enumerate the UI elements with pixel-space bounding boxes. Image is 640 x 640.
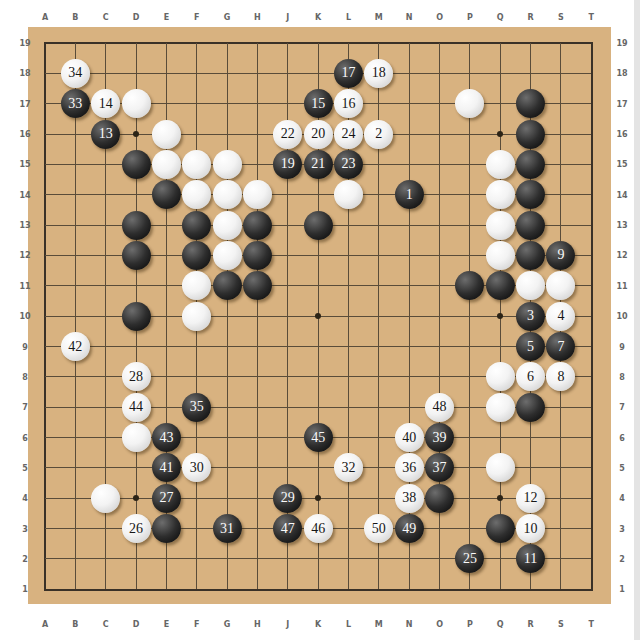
row-label-left: 15 <box>19 160 30 169</box>
row-label-right: 2 <box>619 554 625 563</box>
row-label-right: 1 <box>619 585 625 594</box>
column-label-bottom: H <box>254 620 261 629</box>
row-label-left: 5 <box>22 463 28 472</box>
page-edge-strip <box>634 0 640 640</box>
grid-line <box>45 346 591 347</box>
column-label-top: N <box>406 13 413 22</box>
stone-Q14[interactable] <box>486 180 515 209</box>
column-label-top: S <box>558 13 564 22</box>
column-label-bottom: L <box>346 620 351 629</box>
column-label-bottom: B <box>72 620 78 629</box>
stone-L16[interactable]: 24 <box>334 120 363 149</box>
column-label-bottom: A <box>42 620 48 629</box>
stone-G12[interactable] <box>213 241 242 270</box>
column-label-bottom: G <box>224 620 231 629</box>
stone-R12[interactable] <box>516 241 545 270</box>
go-diagram-page: AABBCCDDEEFFGGHHJJKKLLMMNNOOPPQQRRSSTT19… <box>0 0 640 640</box>
row-label-left: 16 <box>19 130 30 139</box>
column-label-top: H <box>254 13 261 22</box>
stone-O6[interactable]: 39 <box>425 423 454 452</box>
row-label-right: 6 <box>619 433 625 442</box>
column-label-top: L <box>346 13 351 22</box>
column-label-top: E <box>164 13 169 22</box>
stone-N14[interactable]: 1 <box>395 180 424 209</box>
stone-G14[interactable] <box>213 180 242 209</box>
stone-E6[interactable]: 43 <box>152 423 181 452</box>
stone-J16[interactable]: 22 <box>273 120 302 149</box>
row-label-left: 10 <box>19 312 30 321</box>
stone-Q3[interactable] <box>486 514 515 543</box>
row-label-left: 4 <box>22 494 28 503</box>
column-label-bottom: S <box>558 620 564 629</box>
column-label-top: A <box>42 13 48 22</box>
row-label-right: 7 <box>619 403 625 412</box>
stone-J4[interactable]: 29 <box>273 484 302 513</box>
stone-K13[interactable] <box>304 211 333 240</box>
stone-N3[interactable]: 49 <box>395 514 424 543</box>
row-label-left: 12 <box>19 251 30 260</box>
stone-E4[interactable]: 27 <box>152 484 181 513</box>
stone-R3[interactable]: 10 <box>516 514 545 543</box>
column-label-top: J <box>286 13 289 22</box>
column-label-bottom: O <box>436 620 443 629</box>
row-label-left: 19 <box>19 39 30 48</box>
row-label-left: 1 <box>22 585 28 594</box>
column-label-bottom: P <box>467 620 473 629</box>
stone-K6[interactable]: 45 <box>304 423 333 452</box>
column-label-bottom: F <box>194 620 199 629</box>
stone-Q7[interactable] <box>486 393 515 422</box>
stone-M18[interactable]: 18 <box>364 59 393 88</box>
stone-D7[interactable]: 44 <box>122 393 151 422</box>
column-label-top: Q <box>497 13 504 22</box>
stone-C4[interactable] <box>91 484 120 513</box>
row-label-right: 19 <box>616 39 627 48</box>
stone-D13[interactable] <box>122 211 151 240</box>
row-label-right: 18 <box>616 69 627 78</box>
column-label-bottom: E <box>164 620 169 629</box>
row-label-left: 6 <box>22 433 28 442</box>
stone-B18[interactable]: 34 <box>61 59 90 88</box>
row-label-left: 13 <box>19 221 30 230</box>
column-label-top: C <box>103 13 109 22</box>
row-label-right: 11 <box>616 281 627 290</box>
stone-Q12[interactable] <box>486 241 515 270</box>
stone-R10[interactable]: 3 <box>516 302 545 331</box>
stone-D12[interactable] <box>122 241 151 270</box>
row-label-right: 5 <box>619 463 625 472</box>
grid-line <box>469 43 470 589</box>
stone-G3[interactable]: 31 <box>213 514 242 543</box>
stone-Q13[interactable] <box>486 211 515 240</box>
stone-E3[interactable] <box>152 514 181 543</box>
row-label-left: 9 <box>22 342 28 351</box>
stone-B9[interactable]: 42 <box>61 332 90 361</box>
row-label-left: 8 <box>22 372 28 381</box>
column-label-top: O <box>436 13 443 22</box>
stone-D15[interactable] <box>122 150 151 179</box>
stone-Q8[interactable] <box>486 362 515 391</box>
grid-line <box>45 558 591 559</box>
stone-R4[interactable]: 12 <box>516 484 545 513</box>
stone-F12[interactable] <box>182 241 211 270</box>
stone-L17[interactable]: 16 <box>334 89 363 118</box>
column-label-bottom: Q <box>497 620 504 629</box>
stone-H14[interactable] <box>243 180 272 209</box>
row-label-right: 3 <box>619 524 625 533</box>
row-label-left: 14 <box>19 190 30 199</box>
stone-G13[interactable] <box>213 211 242 240</box>
row-label-right: 8 <box>619 372 625 381</box>
stone-R16[interactable] <box>516 120 545 149</box>
row-label-right: 9 <box>619 342 625 351</box>
stone-F10[interactable] <box>182 302 211 331</box>
column-label-bottom: R <box>528 620 534 629</box>
stone-N4[interactable]: 38 <box>395 484 424 513</box>
stone-O7[interactable]: 48 <box>425 393 454 422</box>
column-label-bottom: M <box>375 620 383 629</box>
stone-G15[interactable] <box>213 150 242 179</box>
stone-E14[interactable] <box>152 180 181 209</box>
row-label-right: 10 <box>616 312 627 321</box>
column-label-bottom: C <box>103 620 109 629</box>
column-label-top: F <box>194 13 199 22</box>
column-label-bottom: J <box>286 620 289 629</box>
stone-R9[interactable]: 5 <box>516 332 545 361</box>
row-label-right: 16 <box>616 130 627 139</box>
row-label-right: 12 <box>616 251 627 260</box>
row-label-left: 2 <box>22 554 28 563</box>
column-label-bottom: T <box>589 620 594 629</box>
column-label-top: R <box>528 13 534 22</box>
stone-N6[interactable]: 40 <box>395 423 424 452</box>
stone-D8[interactable]: 28 <box>122 362 151 391</box>
stone-K16[interactable]: 20 <box>304 120 333 149</box>
column-label-top: K <box>315 13 321 22</box>
stone-D6[interactable] <box>122 423 151 452</box>
stone-M16[interactable]: 2 <box>364 120 393 149</box>
stone-R15[interactable] <box>516 150 545 179</box>
stone-J15[interactable]: 19 <box>273 150 302 179</box>
stone-R7[interactable] <box>516 393 545 422</box>
stone-S10[interactable]: 4 <box>546 302 575 331</box>
stone-C16[interactable]: 13 <box>91 120 120 149</box>
stone-G11[interactable] <box>213 271 242 300</box>
row-label-right: 17 <box>616 99 627 108</box>
row-label-right: 13 <box>616 221 627 230</box>
column-label-bottom: K <box>315 620 321 629</box>
row-label-left: 7 <box>22 403 28 412</box>
stone-N5[interactable]: 36 <box>395 453 424 482</box>
stone-F13[interactable] <box>182 211 211 240</box>
column-label-top: T <box>589 13 594 22</box>
row-label-left: 18 <box>19 69 30 78</box>
stone-D17[interactable] <box>122 89 151 118</box>
column-label-top: M <box>375 13 383 22</box>
column-label-top: G <box>224 13 231 22</box>
stone-E15[interactable] <box>152 150 181 179</box>
column-label-top: D <box>133 13 140 22</box>
row-label-right: 15 <box>616 160 627 169</box>
row-label-left: 17 <box>19 99 30 108</box>
stone-K17[interactable]: 15 <box>304 89 333 118</box>
stone-L15[interactable]: 23 <box>334 150 363 179</box>
stone-D10[interactable] <box>122 302 151 331</box>
stone-L18[interactable]: 17 <box>334 59 363 88</box>
stone-H13[interactable] <box>243 211 272 240</box>
stone-Q5[interactable] <box>486 453 515 482</box>
stone-K15[interactable]: 21 <box>304 150 333 179</box>
column-label-bottom: D <box>133 620 140 629</box>
stone-R13[interactable] <box>516 211 545 240</box>
stone-Q15[interactable] <box>486 150 515 179</box>
row-label-right: 4 <box>619 494 625 503</box>
stone-Q11[interactable] <box>486 271 515 300</box>
stone-K3[interactable]: 46 <box>304 514 333 543</box>
stone-F7[interactable]: 35 <box>182 393 211 422</box>
stone-H12[interactable] <box>243 241 272 270</box>
stone-B17[interactable]: 33 <box>61 89 90 118</box>
stone-D3[interactable]: 26 <box>122 514 151 543</box>
row-label-right: 14 <box>616 190 627 199</box>
stone-E16[interactable] <box>152 120 181 149</box>
column-label-bottom: N <box>406 620 413 629</box>
column-label-top: B <box>72 13 78 22</box>
row-label-left: 3 <box>22 524 28 533</box>
stone-O4[interactable] <box>425 484 454 513</box>
row-label-left: 11 <box>19 281 30 290</box>
stone-F15[interactable] <box>182 150 211 179</box>
column-label-top: P <box>467 13 473 22</box>
